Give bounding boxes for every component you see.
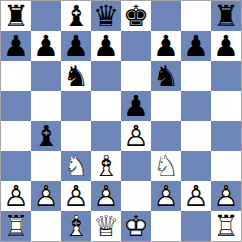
piece-white-pawn[interactable]: ♟♙ bbox=[121, 121, 151, 151]
piece-black-pawn[interactable]: ♟ bbox=[211, 31, 241, 61]
square-h1[interactable]: ♜♖ bbox=[211, 211, 241, 241]
square-c2[interactable]: ♟♙ bbox=[61, 181, 91, 211]
square-d6[interactable] bbox=[91, 61, 121, 91]
square-c3[interactable]: ♞♘ bbox=[61, 151, 91, 181]
piece-black-queen[interactable]: ♛ bbox=[91, 1, 121, 31]
square-h6[interactable] bbox=[211, 61, 241, 91]
square-b3[interactable] bbox=[31, 151, 61, 181]
square-d4[interactable] bbox=[91, 121, 121, 151]
piece-glyph: ♛ bbox=[91, 1, 121, 31]
square-f3[interactable]: ♞♘ bbox=[151, 151, 181, 181]
square-g6[interactable] bbox=[181, 61, 211, 91]
square-f1[interactable] bbox=[151, 211, 181, 241]
square-e4[interactable]: ♟♙ bbox=[121, 121, 151, 151]
piece-glyph: ♞ bbox=[151, 61, 181, 91]
square-h7[interactable]: ♟ bbox=[211, 31, 241, 61]
piece-outline-layer: ♗ bbox=[91, 151, 121, 181]
piece-outline-layer: ♖ bbox=[211, 211, 241, 241]
piece-glyph: ♚ bbox=[121, 1, 151, 31]
square-c1[interactable]: ♝♗ bbox=[61, 211, 91, 241]
square-c4[interactable] bbox=[61, 121, 91, 151]
piece-outline-layer: ♙ bbox=[61, 181, 91, 211]
square-c8[interactable]: ♝ bbox=[61, 1, 91, 31]
square-e7[interactable] bbox=[121, 31, 151, 61]
piece-outline-layer: ♙ bbox=[31, 181, 61, 211]
piece-white-pawn[interactable]: ♟♙ bbox=[61, 181, 91, 211]
piece-black-bishop[interactable]: ♝ bbox=[31, 121, 61, 151]
piece-white-knight[interactable]: ♞♘ bbox=[151, 151, 181, 181]
square-c6[interactable]: ♞ bbox=[61, 61, 91, 91]
piece-white-pawn[interactable]: ♟♙ bbox=[31, 181, 61, 211]
square-d7[interactable]: ♟ bbox=[91, 31, 121, 61]
square-h5[interactable] bbox=[211, 91, 241, 121]
square-f7[interactable]: ♟ bbox=[151, 31, 181, 61]
piece-white-bishop[interactable]: ♝♗ bbox=[61, 211, 91, 241]
square-f2[interactable]: ♟♙ bbox=[151, 181, 181, 211]
piece-glyph: ♝ bbox=[61, 1, 91, 31]
piece-glyph: ♟ bbox=[31, 31, 61, 61]
square-f6[interactable]: ♞ bbox=[151, 61, 181, 91]
square-a5[interactable] bbox=[1, 91, 31, 121]
piece-white-queen[interactable]: ♛♕ bbox=[91, 211, 121, 241]
piece-black-pawn[interactable]: ♟ bbox=[151, 31, 181, 61]
piece-outline-layer: ♘ bbox=[61, 151, 91, 181]
piece-black-pawn[interactable]: ♟ bbox=[91, 31, 121, 61]
piece-black-pawn[interactable]: ♟ bbox=[121, 91, 151, 121]
piece-black-knight[interactable]: ♞ bbox=[151, 61, 181, 91]
piece-white-pawn[interactable]: ♟♙ bbox=[1, 181, 31, 211]
piece-glyph: ♟ bbox=[211, 31, 241, 61]
piece-white-pawn[interactable]: ♟♙ bbox=[181, 181, 211, 211]
square-d8[interactable]: ♛ bbox=[91, 1, 121, 31]
chess-board: ♜♝♛♚♜♟♟♟♟♟♟♟♞♞♟♝♟♙♞♘♝♗♞♘♟♙♟♙♟♙♟♙♟♙♟♙♟♙♜♖… bbox=[0, 0, 242, 242]
piece-white-rook[interactable]: ♜♖ bbox=[1, 211, 31, 241]
piece-black-pawn[interactable]: ♟ bbox=[61, 31, 91, 61]
piece-black-pawn[interactable]: ♟ bbox=[31, 31, 61, 61]
square-e8[interactable]: ♚ bbox=[121, 1, 151, 31]
square-g7[interactable]: ♟ bbox=[181, 31, 211, 61]
square-a7[interactable]: ♟ bbox=[1, 31, 31, 61]
piece-glyph: ♝ bbox=[31, 121, 61, 151]
piece-outline-layer: ♔ bbox=[121, 211, 151, 241]
square-a4[interactable] bbox=[1, 121, 31, 151]
square-g3[interactable] bbox=[181, 151, 211, 181]
piece-glyph: ♞ bbox=[61, 61, 91, 91]
piece-outline-layer: ♘ bbox=[151, 151, 181, 181]
square-a1[interactable]: ♜♖ bbox=[1, 211, 31, 241]
piece-outline-layer: ♖ bbox=[1, 211, 31, 241]
square-b4[interactable]: ♝ bbox=[31, 121, 61, 151]
square-a2[interactable]: ♟♙ bbox=[1, 181, 31, 211]
square-e1[interactable]: ♚♔ bbox=[121, 211, 151, 241]
square-a3[interactable] bbox=[1, 151, 31, 181]
square-h4[interactable] bbox=[211, 121, 241, 151]
square-c7[interactable]: ♟ bbox=[61, 31, 91, 61]
piece-black-pawn[interactable]: ♟ bbox=[181, 31, 211, 61]
square-b8[interactable] bbox=[31, 1, 61, 31]
square-f4[interactable] bbox=[151, 121, 181, 151]
piece-white-bishop[interactable]: ♝♗ bbox=[91, 151, 121, 181]
square-d5[interactable] bbox=[91, 91, 121, 121]
square-d3[interactable]: ♝♗ bbox=[91, 151, 121, 181]
piece-outline-layer: ♙ bbox=[181, 181, 211, 211]
square-e5[interactable]: ♟ bbox=[121, 91, 151, 121]
square-g4[interactable] bbox=[181, 121, 211, 151]
piece-white-rook[interactable]: ♜♖ bbox=[211, 211, 241, 241]
piece-black-king[interactable]: ♚ bbox=[121, 1, 151, 31]
square-h2[interactable]: ♟♙ bbox=[211, 181, 241, 211]
square-b1[interactable] bbox=[31, 211, 61, 241]
piece-glyph: ♟ bbox=[91, 31, 121, 61]
piece-glyph: ♟ bbox=[121, 91, 151, 121]
square-g1[interactable] bbox=[181, 211, 211, 241]
square-b2[interactable]: ♟♙ bbox=[31, 181, 61, 211]
piece-black-knight[interactable]: ♞ bbox=[61, 61, 91, 91]
square-g5[interactable] bbox=[181, 91, 211, 121]
square-b7[interactable]: ♟ bbox=[31, 31, 61, 61]
square-f8[interactable] bbox=[151, 1, 181, 31]
square-e3[interactable] bbox=[121, 151, 151, 181]
piece-glyph: ♟ bbox=[61, 31, 91, 61]
square-g8[interactable] bbox=[181, 1, 211, 31]
piece-black-bishop[interactable]: ♝ bbox=[61, 1, 91, 31]
piece-outline-layer: ♗ bbox=[61, 211, 91, 241]
square-g2[interactable]: ♟♙ bbox=[181, 181, 211, 211]
piece-white-pawn[interactable]: ♟♙ bbox=[211, 181, 241, 211]
square-h3[interactable] bbox=[211, 151, 241, 181]
piece-outline-layer: ♙ bbox=[91, 181, 121, 211]
piece-black-rook[interactable]: ♜ bbox=[211, 1, 241, 31]
piece-white-knight[interactable]: ♞♘ bbox=[61, 151, 91, 181]
piece-white-king[interactable]: ♚♔ bbox=[121, 211, 151, 241]
piece-glyph: ♜ bbox=[211, 1, 241, 31]
square-e2[interactable] bbox=[121, 181, 151, 211]
piece-outline-layer: ♙ bbox=[1, 181, 31, 211]
square-b6[interactable] bbox=[31, 61, 61, 91]
square-a8[interactable]: ♜ bbox=[1, 1, 31, 31]
piece-black-rook[interactable]: ♜ bbox=[1, 1, 31, 31]
square-d1[interactable]: ♛♕ bbox=[91, 211, 121, 241]
piece-outline-layer: ♙ bbox=[121, 121, 151, 151]
piece-glyph: ♟ bbox=[151, 31, 181, 61]
piece-white-pawn[interactable]: ♟♙ bbox=[91, 181, 121, 211]
square-c5[interactable] bbox=[61, 91, 91, 121]
piece-outline-layer: ♙ bbox=[151, 181, 181, 211]
piece-glyph: ♜ bbox=[1, 1, 31, 31]
square-e6[interactable] bbox=[121, 61, 151, 91]
square-h8[interactable]: ♜ bbox=[211, 1, 241, 31]
piece-outline-layer: ♙ bbox=[211, 181, 241, 211]
piece-glyph: ♟ bbox=[1, 31, 31, 61]
square-f5[interactable] bbox=[151, 91, 181, 121]
piece-white-pawn[interactable]: ♟♙ bbox=[151, 181, 181, 211]
square-b5[interactable] bbox=[31, 91, 61, 121]
piece-black-pawn[interactable]: ♟ bbox=[1, 31, 31, 61]
square-a6[interactable] bbox=[1, 61, 31, 91]
square-d2[interactable]: ♟♙ bbox=[91, 181, 121, 211]
piece-glyph: ♟ bbox=[181, 31, 211, 61]
piece-outline-layer: ♕ bbox=[91, 211, 121, 241]
